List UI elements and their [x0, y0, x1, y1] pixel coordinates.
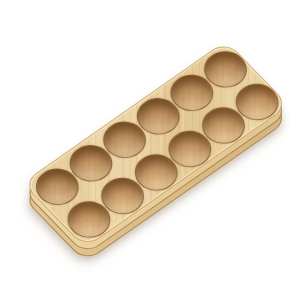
mancala-board: [0, 0, 292, 292]
board-plane: [22, 40, 289, 248]
photo-backdrop: [0, 0, 292, 292]
